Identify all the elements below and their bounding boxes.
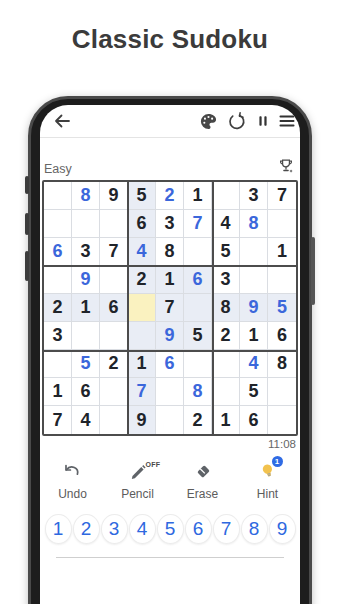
palette-icon: [199, 112, 218, 135]
cell-r9c4[interactable]: 9: [128, 406, 156, 434]
cell-r1c4[interactable]: 5: [128, 182, 156, 210]
cell-r9c3[interactable]: [100, 406, 128, 434]
cell-r4c4[interactable]: 2: [128, 266, 156, 294]
cell-r9c7[interactable]: 1: [212, 406, 240, 434]
cell-r2c6[interactable]: 7: [184, 210, 212, 238]
erase-label: Erase: [187, 487, 218, 501]
cell-r3c5[interactable]: 8: [156, 238, 184, 266]
cell-r7c6[interactable]: [184, 350, 212, 378]
cell-r5c2[interactable]: 1: [72, 294, 100, 322]
cell-r4c6[interactable]: 6: [184, 266, 212, 294]
numpad-button-8[interactable]: 8: [241, 514, 268, 544]
pause-icon: [255, 113, 271, 133]
cell-r8c4[interactable]: 7: [128, 378, 156, 406]
cell-r2c8[interactable]: 8: [240, 210, 268, 238]
pencil-button[interactable]: OFF Pencil: [116, 461, 160, 501]
cell-r8c8[interactable]: 5: [240, 378, 268, 406]
cell-r8c3[interactable]: [100, 378, 128, 406]
cell-r4c3[interactable]: [100, 266, 128, 294]
cell-r2c2[interactable]: [72, 210, 100, 238]
undo-label: Undo: [58, 487, 87, 501]
cell-r2c9[interactable]: [268, 210, 296, 238]
cell-r7c1[interactable]: [44, 350, 72, 378]
toolbar: Undo OFF Pencil Erase 1 Hint: [40, 459, 300, 501]
cell-r3c3[interactable]: 7: [100, 238, 128, 266]
numpad-button-4[interactable]: 4: [129, 514, 156, 544]
bottom-divider: [56, 557, 284, 558]
cell-r3c1[interactable]: 6: [44, 238, 72, 266]
cell-r4c1[interactable]: [44, 266, 72, 294]
cell-r4c7[interactable]: 3: [212, 266, 240, 294]
cell-r1c7[interactable]: [212, 182, 240, 210]
cell-r5c9[interactable]: 5: [268, 294, 296, 322]
cell-r5c4[interactable]: [128, 294, 156, 322]
cell-r1c6[interactable]: 1: [184, 182, 212, 210]
cell-r3c9[interactable]: 1: [268, 238, 296, 266]
cell-r5c3[interactable]: 6: [100, 294, 128, 322]
cell-r9c9[interactable]: [268, 406, 296, 434]
cell-r8c9[interactable]: [268, 378, 296, 406]
pencil-off-badge: OFF: [146, 461, 161, 468]
cell-r6c4[interactable]: [128, 322, 156, 350]
numpad-button-3[interactable]: 3: [101, 514, 128, 544]
cell-r5c8[interactable]: 9: [240, 294, 268, 322]
cell-r9c5[interactable]: [156, 406, 184, 434]
sudoku-board: 8952137637486374851921632167895395216521…: [42, 180, 298, 436]
cell-r8c5[interactable]: [156, 378, 184, 406]
hint-button[interactable]: 1 Hint: [246, 461, 290, 501]
numpad-button-5[interactable]: 5: [157, 514, 184, 544]
cell-r7c7[interactable]: [212, 350, 240, 378]
pause-button[interactable]: [251, 111, 275, 135]
cell-r1c5[interactable]: 2: [156, 182, 184, 210]
pencil-label: Pencil: [121, 487, 154, 501]
cell-r6c1[interactable]: 3: [44, 322, 72, 350]
phone-button-left-1: [25, 176, 29, 194]
cell-r2c5[interactable]: 3: [156, 210, 184, 238]
cell-r2c7[interactable]: 4: [212, 210, 240, 238]
cell-r9c6[interactable]: 2: [184, 406, 212, 434]
phone-button-left-3: [25, 251, 29, 281]
numpad-button-6[interactable]: 6: [185, 514, 212, 544]
cell-r6c5[interactable]: 9: [156, 322, 184, 350]
cell-r4c9[interactable]: [268, 266, 296, 294]
eraser-icon: [192, 461, 214, 485]
cell-r4c8[interactable]: [240, 266, 268, 294]
cell-r1c9[interactable]: 7: [268, 182, 296, 210]
number-pad: 123456789: [40, 514, 300, 544]
cell-r1c1[interactable]: [44, 182, 72, 210]
cell-r5c5[interactable]: 7: [156, 294, 184, 322]
cell-r8c7[interactable]: [212, 378, 240, 406]
cell-r3c7[interactable]: 5: [212, 238, 240, 266]
cell-r7c9[interactable]: 8: [268, 350, 296, 378]
page-title: Classic Sudoku: [0, 24, 340, 55]
timer: 11:08: [268, 438, 296, 450]
cell-r7c4[interactable]: 1: [128, 350, 156, 378]
cell-r6c6[interactable]: 5: [184, 322, 212, 350]
cell-r4c5[interactable]: 1: [156, 266, 184, 294]
back-arrow-icon: [52, 111, 72, 135]
top-bar: [40, 105, 300, 138]
app-screen: Easy 89521376374863748519216321678953952…: [40, 105, 300, 604]
cell-r5c7[interactable]: 8: [212, 294, 240, 322]
cell-r1c2[interactable]: 8: [72, 182, 100, 210]
hint-count-badge: 1: [272, 456, 283, 467]
cell-r7c5[interactable]: 6: [156, 350, 184, 378]
undo-icon: [62, 461, 84, 485]
restart-icon: [227, 112, 246, 135]
erase-button[interactable]: Erase: [181, 461, 225, 501]
cell-r1c8[interactable]: 3: [240, 182, 268, 210]
cell-r6c8[interactable]: 1: [240, 322, 268, 350]
cell-r3c6[interactable]: [184, 238, 212, 266]
cell-r3c2[interactable]: 3: [72, 238, 100, 266]
undo-button[interactable]: Undo: [51, 461, 95, 501]
cell-r3c8[interactable]: [240, 238, 268, 266]
cell-r7c3[interactable]: 2: [100, 350, 128, 378]
cell-r6c9[interactable]: 6: [268, 322, 296, 350]
phone-button-right: [311, 237, 315, 305]
cell-r8c2[interactable]: 6: [72, 378, 100, 406]
cell-r6c7[interactable]: 2: [212, 322, 240, 350]
screenshot-stage: Classic Sudoku: [0, 0, 340, 604]
numpad-button-9[interactable]: 9: [269, 514, 296, 544]
cell-r6c2[interactable]: [72, 322, 100, 350]
cell-r8c1[interactable]: 1: [44, 378, 72, 406]
cell-r8c6[interactable]: 8: [184, 378, 212, 406]
cell-r9c1[interactable]: 7: [44, 406, 72, 434]
trophy-star-icon: [277, 157, 295, 179]
back-button[interactable]: [50, 111, 74, 135]
phone-button-left-2: [25, 213, 29, 235]
cell-r2c4[interactable]: 6: [128, 210, 156, 238]
cell-r7c2[interactable]: 5: [72, 350, 100, 378]
cell-r5c6[interactable]: [184, 294, 212, 322]
numpad-button-7[interactable]: 7: [213, 514, 240, 544]
cell-r7c8[interactable]: 4: [240, 350, 268, 378]
cell-r3c4[interactable]: 4: [128, 238, 156, 266]
cell-r2c1[interactable]: [44, 210, 72, 238]
cell-r9c2[interactable]: 4: [72, 406, 100, 434]
cell-r1c3[interactable]: 9: [100, 182, 128, 210]
theme-button[interactable]: [196, 111, 220, 135]
sudoku-grid: 8952137637486374851921632167895395216521…: [44, 182, 296, 434]
numpad-button-2[interactable]: 2: [73, 514, 100, 544]
cell-r6c3[interactable]: [100, 322, 128, 350]
cell-r4c2[interactable]: 9: [72, 266, 100, 294]
hint-label: Hint: [257, 487, 278, 501]
awards-button[interactable]: [275, 157, 297, 179]
cell-r5c1[interactable]: 2: [44, 294, 72, 322]
cell-r2c3[interactable]: [100, 210, 128, 238]
difficulty-label: Easy: [44, 162, 72, 176]
restart-button[interactable]: [224, 111, 248, 135]
cell-r9c8[interactable]: 6: [240, 406, 268, 434]
numpad-button-1[interactable]: 1: [45, 514, 72, 544]
